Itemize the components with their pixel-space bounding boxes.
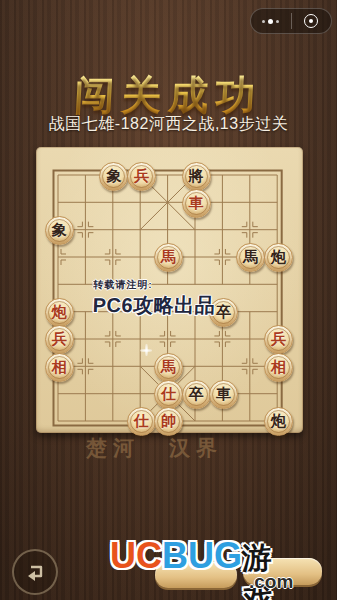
target-circle-icon bbox=[304, 14, 318, 28]
xiangqi-piece-black[interactable]: 象 bbox=[99, 162, 128, 191]
logo-uc-text: UC bbox=[110, 535, 162, 576]
logo-com-text: .com bbox=[249, 571, 293, 593]
xiangqi-piece-black[interactable]: 車 bbox=[209, 380, 238, 409]
return-arrow-icon bbox=[23, 560, 47, 584]
xiangqi-piece-red[interactable]: 車 bbox=[182, 189, 211, 218]
xiangqi-piece-red[interactable]: 兵 bbox=[127, 162, 156, 191]
xiangqi-piece-red[interactable]: 相 bbox=[45, 353, 74, 382]
center-watermark: 转载请注明: PC6攻略出品 bbox=[92, 278, 216, 319]
xiangqi-piece-red[interactable]: 仕 bbox=[154, 380, 183, 409]
xiangqi-piece-red[interactable]: 兵 bbox=[264, 325, 293, 354]
river-label-left: 楚河 bbox=[86, 434, 140, 462]
xiangqi-piece-red[interactable]: 炮 bbox=[45, 298, 74, 327]
wechat-capsule bbox=[250, 8, 332, 34]
site-logo: UCBUG 游戏网 .com bbox=[110, 535, 242, 577]
more-dots-icon bbox=[262, 19, 279, 24]
xiangqi-piece-red[interactable]: 兵 bbox=[45, 325, 74, 354]
sparkle-effect-icon bbox=[140, 344, 152, 356]
watermark-brand: PC6攻略出品 bbox=[92, 292, 215, 319]
xiangqi-piece-black[interactable]: 卒 bbox=[182, 380, 211, 409]
xiangqi-piece-black[interactable]: 炮 bbox=[264, 243, 293, 272]
level-subtitle: 战国七雄-182河西之战,13步过关 bbox=[0, 114, 337, 135]
more-button[interactable] bbox=[251, 9, 291, 33]
xiangqi-piece-black[interactable]: 炮 bbox=[264, 407, 293, 436]
xiangqi-piece-red[interactable]: 相 bbox=[264, 353, 293, 382]
xiangqi-piece-red[interactable]: 仕 bbox=[127, 407, 156, 436]
xiangqi-piece-black[interactable]: 將 bbox=[182, 162, 211, 191]
back-button[interactable] bbox=[12, 549, 58, 595]
xiangqi-piece-black[interactable]: 象 bbox=[45, 216, 74, 245]
logo-bug-text: BUG bbox=[162, 535, 242, 576]
river-label-right: 汉界 bbox=[169, 434, 223, 462]
close-button[interactable] bbox=[292, 9, 332, 33]
xiangqi-piece-red[interactable]: 馬 bbox=[154, 353, 183, 382]
watermark-note: 转载请注明: bbox=[93, 278, 216, 292]
